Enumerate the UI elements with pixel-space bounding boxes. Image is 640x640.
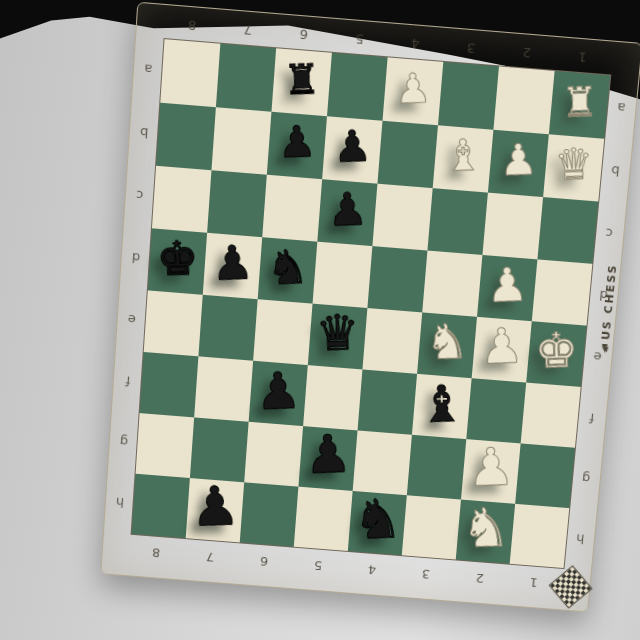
piece-black-pawn[interactable]: ♟ [254, 365, 301, 417]
square-g7[interactable] [190, 417, 249, 482]
piece-white-queen[interactable]: ♛ [554, 143, 593, 187]
coordinate-label: 7 [206, 549, 215, 564]
square-e7[interactable] [198, 295, 257, 361]
piece-black-king[interactable]: ♚ [155, 235, 199, 283]
square-h8[interactable] [132, 474, 190, 538]
square-a8[interactable] [160, 39, 220, 107]
square-a7[interactable] [216, 44, 276, 112]
square-h7[interactable]: ♟ [186, 478, 244, 542]
us-chess-text: US CHESS [599, 263, 619, 341]
piece-white-rook[interactable]: ♜ [561, 81, 598, 123]
piece-black-pawn[interactable]: ♟ [277, 120, 317, 164]
coordinate-label: c [605, 225, 614, 241]
square-a2[interactable] [493, 66, 554, 134]
square-h2[interactable]: ♞ [456, 500, 515, 564]
square-f1[interactable] [521, 383, 581, 448]
square-e3[interactable]: ♞ [417, 312, 477, 378]
coordinate-label: 1 [578, 49, 588, 65]
piece-black-queen[interactable]: ♛ [315, 309, 360, 359]
piece-white-king[interactable]: ♚ [534, 326, 579, 376]
coordinate-label: 3 [422, 566, 431, 581]
square-d4[interactable] [367, 246, 427, 312]
coordinate-label: 2 [522, 44, 532, 60]
square-f5[interactable] [303, 365, 362, 430]
coordinate-label: g [581, 470, 591, 485]
coordinate-label: 7 [244, 21, 254, 37]
scene-backdrop: 87654321 87654321 abcdefgh abcdefgh ♜♟♜♟… [0, 0, 640, 640]
piece-black-rook[interactable]: ♜ [283, 58, 321, 100]
square-b3[interactable]: ♝ [433, 125, 494, 192]
square-g1[interactable] [515, 443, 575, 508]
square-g5[interactable]: ♟ [298, 426, 357, 491]
square-g4[interactable] [353, 430, 412, 495]
square-d2[interactable]: ♟ [477, 255, 537, 321]
coordinate-label: f [125, 373, 131, 388]
square-h3[interactable] [402, 495, 461, 559]
piece-white-bishop[interactable]: ♝ [443, 134, 482, 178]
square-d7[interactable]: ♟ [203, 233, 262, 299]
coordinate-label: h [575, 531, 584, 546]
square-b6[interactable]: ♟ [267, 112, 327, 179]
coordinate-label: 6 [299, 26, 309, 42]
square-a5[interactable] [327, 53, 388, 121]
coordinate-label: 2 [476, 570, 485, 585]
us-chess-knight-icon: ♞ [599, 342, 611, 355]
square-g2[interactable]: ♟ [461, 439, 521, 504]
square-h6[interactable] [240, 482, 299, 546]
coordinate-label: 5 [314, 558, 323, 573]
coordinate-label: g [119, 434, 128, 449]
piece-black-pawn[interactable]: ♟ [210, 239, 254, 287]
square-f2[interactable] [466, 378, 526, 443]
coordinate-label: d [131, 249, 140, 265]
coordinate-label: 1 [529, 575, 538, 590]
square-f3[interactable]: ♝ [412, 374, 472, 439]
piece-black-pawn[interactable]: ♟ [189, 480, 240, 535]
square-b4[interactable] [377, 121, 438, 188]
square-h5[interactable] [294, 487, 353, 551]
square-c4[interactable] [372, 184, 432, 251]
piece-black-pawn[interactable]: ♟ [332, 125, 372, 169]
square-d8[interactable]: ♚ [148, 228, 207, 294]
coordinate-label: c [136, 187, 144, 203]
coordinate-label: a [144, 61, 153, 77]
square-b5[interactable]: ♟ [322, 116, 382, 183]
square-f4[interactable] [358, 369, 418, 434]
piece-white-pawn[interactable]: ♟ [499, 138, 538, 182]
square-e5[interactable]: ♛ [308, 304, 368, 370]
square-e1[interactable]: ♚ [526, 321, 586, 387]
square-a1[interactable]: ♜ [549, 71, 610, 139]
coordinate-label: 6 [260, 553, 269, 568]
square-c3[interactable] [427, 188, 487, 255]
square-c8[interactable] [152, 166, 212, 233]
square-f8[interactable] [140, 352, 199, 417]
square-g3[interactable] [407, 435, 466, 500]
piece-black-knight[interactable]: ♞ [352, 492, 403, 547]
square-c6[interactable] [262, 175, 322, 242]
square-c7[interactable] [207, 170, 267, 237]
coordinate-label: 4 [368, 562, 377, 577]
piece-black-pawn[interactable]: ♟ [326, 187, 368, 233]
square-b2[interactable]: ♟ [488, 130, 549, 197]
square-d3[interactable] [422, 251, 482, 317]
square-a6[interactable]: ♜ [271, 48, 331, 116]
us-chess-diamond-logo [548, 565, 592, 608]
coordinate-label: 3 [467, 40, 477, 56]
square-f6[interactable]: ♟ [249, 361, 308, 426]
square-f7[interactable] [194, 356, 253, 421]
square-a3[interactable] [438, 62, 499, 130]
square-e2[interactable]: ♟ [472, 317, 532, 383]
coordinate-label: e [127, 311, 136, 327]
piece-white-knight[interactable]: ♞ [460, 501, 510, 556]
square-d1[interactable] [532, 259, 593, 325]
us-chess-branding: ♞ US CHESS [598, 263, 620, 354]
coordinate-label: 5 [355, 30, 365, 46]
square-e6[interactable] [253, 299, 312, 365]
square-c2[interactable] [482, 193, 543, 260]
coordinate-label: 4 [411, 35, 421, 51]
board-play-area: ♜♟♜♟♟♝♟♛♟♚♟♞♟♛♞♟♚♟♝♟♟♟♞♞ [131, 38, 612, 569]
piece-black-pawn[interactable]: ♟ [303, 429, 352, 483]
coordinate-label: h [115, 494, 124, 509]
piece-white-pawn[interactable]: ♟ [466, 442, 515, 496]
square-g6[interactable] [244, 422, 303, 487]
chess-board: 87654321 87654321 abcdefgh abcdefgh ♜♟♜♟… [100, 2, 640, 613]
piece-black-bishop[interactable]: ♝ [418, 378, 465, 430]
square-c1[interactable] [537, 197, 598, 264]
square-a4[interactable]: ♟ [383, 57, 444, 125]
square-b8[interactable] [156, 103, 216, 171]
piece-black-knight[interactable]: ♞ [265, 243, 309, 291]
square-d6[interactable]: ♞ [258, 237, 318, 303]
coordinate-label: 8 [188, 17, 197, 33]
square-h4[interactable]: ♞ [348, 491, 407, 555]
board-grid: ♜♟♜♟♟♝♟♛♟♚♟♞♟♛♞♟♚♟♝♟♟♟♞♞ [132, 39, 611, 568]
square-d5[interactable] [313, 242, 373, 308]
piece-white-pawn[interactable]: ♟ [486, 261, 529, 309]
square-e4[interactable] [362, 308, 422, 374]
piece-white-pawn[interactable]: ♟ [394, 67, 432, 109]
coordinate-label: a [617, 99, 626, 115]
coordinate-label: b [611, 162, 621, 178]
square-e8[interactable] [144, 290, 203, 356]
square-b7[interactable] [211, 107, 271, 175]
coordinate-label: f [589, 410, 595, 425]
square-b1[interactable]: ♛ [543, 134, 604, 201]
piece-white-pawn[interactable]: ♟ [479, 322, 524, 372]
square-c5[interactable]: ♟ [317, 179, 377, 246]
coordinate-label: 8 [152, 545, 161, 560]
square-h1[interactable] [510, 504, 570, 568]
square-g8[interactable] [136, 413, 195, 478]
coordinate-label: b [139, 124, 148, 140]
piece-white-knight[interactable]: ♞ [424, 317, 469, 367]
